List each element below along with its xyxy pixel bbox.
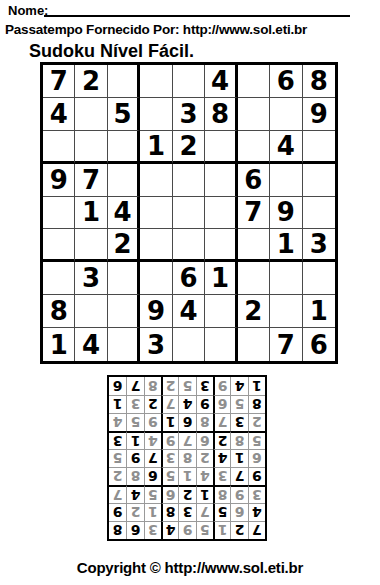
puzzle-cell-r2c3: 5 <box>108 98 140 131</box>
solution-cell-r4c8: 8 <box>126 467 143 485</box>
solution-cell-r1c9: 8 <box>109 521 126 539</box>
solution-cell-r4c5: 1 <box>178 467 195 485</box>
puzzle-cell-r9c5 <box>173 328 205 361</box>
puzzle-cell-r9c3 <box>108 328 140 361</box>
solution-cell-r3c1: 3 <box>248 485 265 503</box>
puzzle-cell-r1c6: 4 <box>205 65 237 98</box>
solution-cell-r6c7: 4 <box>144 431 161 449</box>
solution-cell-r3c9: 7 <box>109 485 126 503</box>
puzzle-cell-r6c5 <box>173 229 205 262</box>
puzzle-cell-r7c8 <box>270 262 302 295</box>
copyright-text: Copyright © http://www.sol.eti.br <box>0 559 380 576</box>
solution-cell-r5c4: 2 <box>196 449 213 467</box>
solution-cell-r3c5: 2 <box>178 485 195 503</box>
puzzle-cell-r4c8 <box>270 164 302 197</box>
solution-cell-r5c3: 4 <box>213 449 230 467</box>
puzzle-cell-r1c9: 8 <box>303 65 335 98</box>
solution-cell-r8c4: 9 <box>196 395 213 413</box>
solution-cell-r6c2: 8 <box>230 431 247 449</box>
solution-cell-r1c6: 4 <box>161 521 178 539</box>
solution-cell-r8c6: 7 <box>161 395 178 413</box>
solution-cell-r7c2: 3 <box>230 413 247 431</box>
solution-cell-r4c4: 4 <box>196 467 213 485</box>
puzzle-cell-r7c3 <box>108 262 140 295</box>
puzzle-cell-r7c1 <box>43 262 75 295</box>
puzzle-cell-r7c6: 1 <box>205 262 237 295</box>
solution-cell-r6c3: 2 <box>213 431 230 449</box>
puzzle-cell-r3c9 <box>303 131 335 164</box>
puzzle-cell-r7c2: 3 <box>75 262 107 295</box>
puzzle-cell-r2c5: 3 <box>173 98 205 131</box>
puzzle-cell-r2c2 <box>75 98 107 131</box>
puzzle-cell-r4c4 <box>140 164 172 197</box>
puzzle-cell-r1c4 <box>140 65 172 98</box>
solution-cell-r9c6: 2 <box>161 377 178 395</box>
puzzle-cell-r3c3 <box>108 131 140 164</box>
solution-cell-r3c4: 1 <box>196 485 213 503</box>
solution-cell-r2c4: 7 <box>196 503 213 521</box>
puzzle-cell-r2c1: 4 <box>43 98 75 131</box>
solution-cell-r7c5: 6 <box>178 413 195 431</box>
solution-cell-r1c7: 3 <box>144 521 161 539</box>
solution-cell-r6c8: 1 <box>126 431 143 449</box>
puzzle-cell-r5c6 <box>205 197 237 230</box>
solution-cell-r9c2: 4 <box>230 377 247 395</box>
puzzle-cell-r8c2 <box>75 295 107 328</box>
solution-cell-r5c5: 8 <box>178 449 195 467</box>
name-underline <box>44 15 350 17</box>
solution-cell-r7c9: 4 <box>109 413 126 431</box>
puzzle-cell-r3c7 <box>238 131 270 164</box>
puzzle-cell-r6c3: 2 <box>108 229 140 262</box>
puzzle-cell-r2c6: 8 <box>205 98 237 131</box>
solution-cell-r7c1: 2 <box>248 413 265 431</box>
solution-cell-r7c6: 1 <box>161 413 178 431</box>
solution-cell-r2c7: 1 <box>144 503 161 521</box>
solution-cell-r5c8: 9 <box>126 449 143 467</box>
solution-cell-r8c2: 5 <box>230 395 247 413</box>
puzzle-cell-r6c1 <box>43 229 75 262</box>
puzzle-grid: 724684538912497614792133618942114376 <box>40 62 338 364</box>
solution-cell-r5c6: 3 <box>161 449 178 467</box>
puzzle-cell-r2c8 <box>270 98 302 131</box>
puzzle-cell-r5c2: 1 <box>75 197 107 230</box>
puzzle-cell-r3c5: 2 <box>173 131 205 164</box>
solution-cell-r1c4: 5 <box>196 521 213 539</box>
solution-cell-r9c7: 8 <box>144 377 161 395</box>
puzzle-cell-r6c8: 1 <box>270 229 302 262</box>
solution-cell-r8c7: 2 <box>144 395 161 413</box>
solution-cell-r8c5: 4 <box>178 395 195 413</box>
puzzle-cell-r9c6 <box>205 328 237 361</box>
puzzle-cell-r9c2: 4 <box>75 328 107 361</box>
puzzle-cell-r1c7 <box>238 65 270 98</box>
puzzle-cell-r4c2: 7 <box>75 164 107 197</box>
solution-cell-r9c1: 1 <box>248 377 265 395</box>
puzzle-cell-r5c3: 4 <box>108 197 140 230</box>
puzzle-cell-r6c6 <box>205 229 237 262</box>
puzzle-cell-r8c8 <box>270 295 302 328</box>
puzzle-cell-r2c4 <box>140 98 172 131</box>
solution-cell-r5c9: 5 <box>109 449 126 467</box>
solution-cell-r7c3: 7 <box>213 413 230 431</box>
solution-cell-r4c3: 3 <box>213 467 230 485</box>
solution-cell-r1c1: 7 <box>248 521 265 539</box>
solution-cell-r8c8: 3 <box>126 395 143 413</box>
puzzle-cell-r3c6 <box>205 131 237 164</box>
puzzle-cell-r5c1 <box>43 197 75 230</box>
puzzle-cell-r6c9: 3 <box>303 229 335 262</box>
page-title: Sudoku Nível Fácil. <box>29 41 194 62</box>
solution-cell-r9c9: 6 <box>109 377 126 395</box>
puzzle-cell-r7c9 <box>303 262 335 295</box>
solution-cell-r9c5: 5 <box>178 377 195 395</box>
puzzle-cell-r7c4 <box>140 262 172 295</box>
solution-cell-r4c7: 6 <box>144 467 161 485</box>
solution-cell-r7c8: 5 <box>126 413 143 431</box>
puzzle-cell-r6c2 <box>75 229 107 262</box>
solution-cell-r2c9: 9 <box>109 503 126 521</box>
solution-cell-r8c3: 6 <box>213 395 230 413</box>
puzzle-cell-r8c5: 4 <box>173 295 205 328</box>
solution-cell-r5c2: 1 <box>230 449 247 467</box>
puzzle-cell-r3c4: 1 <box>140 131 172 164</box>
puzzle-cell-r8c7: 2 <box>238 295 270 328</box>
solution-cell-r4c9: 2 <box>109 467 126 485</box>
solution-cell-r1c3: 1 <box>213 521 230 539</box>
puzzle-cell-r1c1: 7 <box>43 65 75 98</box>
puzzle-cell-r8c4: 9 <box>140 295 172 328</box>
solution-cell-r9c4: 3 <box>196 377 213 395</box>
solution-cell-r3c6: 6 <box>161 485 178 503</box>
puzzle-cell-r8c9: 1 <box>303 295 335 328</box>
puzzle-cell-r7c5: 6 <box>173 262 205 295</box>
solution-cell-r6c5: 7 <box>178 431 195 449</box>
puzzle-cell-r4c6 <box>205 164 237 197</box>
solution-cell-r6c1: 5 <box>248 431 265 449</box>
puzzle-cell-r5c9 <box>303 197 335 230</box>
puzzle-cell-r4c7: 6 <box>238 164 270 197</box>
puzzle-cell-r3c8: 4 <box>270 131 302 164</box>
solution-cell-r2c1: 4 <box>248 503 265 521</box>
puzzle-cell-r4c3 <box>108 164 140 197</box>
solution-cell-r1c2: 2 <box>230 521 247 539</box>
solution-cell-r1c8: 6 <box>126 521 143 539</box>
puzzle-cell-r8c3 <box>108 295 140 328</box>
solution-cell-r2c8: 2 <box>126 503 143 521</box>
solution-cell-r3c8: 4 <box>126 485 143 503</box>
provider-line: Passatempo Fornecido Por: http://www.sol… <box>5 22 307 37</box>
solution-cell-r7c4: 8 <box>196 413 213 431</box>
puzzle-cell-r2c7 <box>238 98 270 131</box>
solution-cell-r2c3: 5 <box>213 503 230 521</box>
puzzle-cell-r2c9: 9 <box>303 98 335 131</box>
puzzle-cell-r8c1: 8 <box>43 295 75 328</box>
puzzle-cell-r3c2 <box>75 131 107 164</box>
puzzle-cell-r4c5 <box>173 164 205 197</box>
worksheet-page: Nome: Passatempo Fornecido Por: http://w… <box>0 0 380 585</box>
puzzle-cell-r1c8: 6 <box>270 65 302 98</box>
solution-cell-r1c5: 9 <box>178 521 195 539</box>
solution-cell-r4c6: 5 <box>161 467 178 485</box>
puzzle-cell-r6c7 <box>238 229 270 262</box>
solution-cell-r8c1: 8 <box>248 395 265 413</box>
puzzle-cell-r6c4 <box>140 229 172 262</box>
solution-cell-r6c4: 6 <box>196 431 213 449</box>
solution-cell-r8c9: 1 <box>109 395 126 413</box>
solution-cell-r2c6: 8 <box>161 503 178 521</box>
puzzle-cell-r9c9: 6 <box>303 328 335 361</box>
solution-cell-r3c7: 5 <box>144 485 161 503</box>
solution-cell-r7c7: 9 <box>144 413 161 431</box>
puzzle-cell-r1c3 <box>108 65 140 98</box>
puzzle-cell-r7c7 <box>238 262 270 295</box>
solution-cell-r4c2: 7 <box>230 467 247 485</box>
solution-grid-rotated: 7215943684657381293981265479734156826142… <box>107 375 267 541</box>
puzzle-cell-r4c9 <box>303 164 335 197</box>
puzzle-cell-r8c6 <box>205 295 237 328</box>
puzzle-cell-r4c1: 9 <box>43 164 75 197</box>
solution-cell-r9c8: 7 <box>126 377 143 395</box>
solution-cell-r9c3: 9 <box>213 377 230 395</box>
solution-cell-r2c5: 3 <box>178 503 195 521</box>
solution-cell-r3c3: 8 <box>213 485 230 503</box>
solution-cell-r3c2: 9 <box>230 485 247 503</box>
solution-cell-r6c9: 3 <box>109 431 126 449</box>
name-label: Nome: <box>8 3 48 18</box>
puzzle-cell-r9c8: 7 <box>270 328 302 361</box>
solution-cell-r6c6: 9 <box>161 431 178 449</box>
puzzle-cell-r5c8: 9 <box>270 197 302 230</box>
puzzle-cell-r5c5 <box>173 197 205 230</box>
puzzle-cell-r9c7 <box>238 328 270 361</box>
puzzle-cell-r3c1 <box>43 131 75 164</box>
puzzle-cell-r1c5 <box>173 65 205 98</box>
solution-cell-r5c7: 7 <box>144 449 161 467</box>
puzzle-cell-r9c4: 3 <box>140 328 172 361</box>
solution-cell-r4c1: 9 <box>248 467 265 485</box>
puzzle-cell-r9c1: 1 <box>43 328 75 361</box>
solution-cell-r2c2: 6 <box>230 503 247 521</box>
puzzle-cell-r1c2: 2 <box>75 65 107 98</box>
puzzle-cell-r5c4 <box>140 197 172 230</box>
solution-cell-r5c1: 6 <box>248 449 265 467</box>
puzzle-cell-r5c7: 7 <box>238 197 270 230</box>
